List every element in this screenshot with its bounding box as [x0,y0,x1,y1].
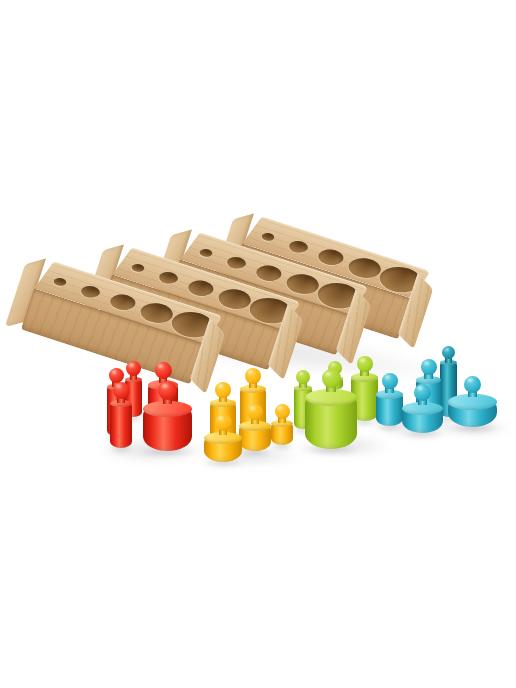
cylinder-yellow-small-front [271,404,293,445]
block-hole [260,231,276,242]
blue-body [402,402,443,433]
block-hole [224,255,249,271]
yellow-knob [215,414,232,431]
yellow-body [271,420,293,445]
block-hole [130,262,146,273]
red-knob [158,381,177,400]
yellow-knob [215,382,231,398]
blue-body [376,390,403,426]
yellow-body [239,421,271,451]
red-body [143,401,192,451]
green-knob [322,369,341,388]
block-hole [156,270,181,286]
yellow-knob [275,404,290,419]
blue-body [448,394,497,427]
block-hole [52,276,68,287]
red-knob [109,368,124,383]
green-body [305,389,357,449]
blue-knob [464,376,481,393]
block-hole [286,239,311,255]
red-knob [126,361,141,376]
red-body [110,400,132,448]
blue-knob [421,359,437,375]
yellow-body [204,432,242,462]
block-hole [107,291,140,312]
cylinder-yellow-medium-front [239,404,271,451]
blue-knob [382,373,398,389]
block-hole [253,262,286,283]
block-hole [78,284,103,300]
cylinder-yellow-wide-front [204,414,242,462]
block-hole [198,247,214,258]
cylinder-red-small-front [110,382,132,448]
block-hole [315,246,348,267]
yellow-knob [247,404,263,420]
block-hole [185,277,218,298]
green-knob [357,356,373,372]
red-knob [155,362,172,379]
cylinder-blue-medium-left [376,373,403,426]
blue-knob [414,384,431,401]
cylinder-blue-wide-front [402,384,443,433]
cylinder-red-large [143,381,192,451]
photo-canvas [0,0,516,688]
red-knob [113,382,130,399]
yellow-knob [245,368,261,384]
cylinder-green-large-front [305,369,357,449]
cylinder-blue-wide-right [448,376,497,427]
blue-knob [442,346,455,359]
